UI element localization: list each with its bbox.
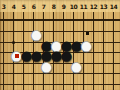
board-cell-11-r1[interactable] <box>79 16 89 27</box>
board-cell-5-r3[interactable] <box>19 37 29 48</box>
board-cell-9-r5[interactable] <box>59 58 69 69</box>
board-cell-10-r5[interactable]: ● <box>69 58 79 69</box>
board-cell-12-r2[interactable] <box>89 26 99 37</box>
column-label-13: 13 <box>99 0 109 12</box>
board-cell-4-r4[interactable]: ● <box>9 47 19 58</box>
column-label-4: 4 <box>9 0 19 12</box>
board-cell-6-r5[interactable] <box>29 58 39 69</box>
board-cell-12-r6[interactable] <box>89 68 99 79</box>
board-cell-10-r6[interactable] <box>69 68 79 79</box>
board-cell-10-r2[interactable] <box>69 26 79 37</box>
board-cell-9-r3[interactable]: ● <box>59 37 69 48</box>
board-cell-8-r1[interactable] <box>49 16 59 27</box>
board-cell-14-r1[interactable] <box>109 16 119 27</box>
board-cell-5-r7[interactable] <box>19 79 29 90</box>
board-cell-4-r6[interactable] <box>9 68 19 79</box>
board-cell-8-r5[interactable] <box>49 58 59 69</box>
board-cell-13-r4[interactable] <box>99 47 109 58</box>
board-cell-11-r4[interactable] <box>79 47 89 58</box>
board-cell-6-r4[interactable]: ● <box>29 47 39 58</box>
column-label-9: 9 <box>59 0 69 12</box>
board-cell-4-r5[interactable] <box>9 58 19 69</box>
board-cell-7-r6[interactable] <box>39 68 49 79</box>
board-cell-14-r3[interactable] <box>109 37 119 48</box>
board-cell-9-r1[interactable] <box>59 16 69 27</box>
board-cell-14-r5[interactable] <box>109 58 119 69</box>
column-label-14: 14 <box>109 0 119 12</box>
board-cell-3-r2[interactable] <box>0 26 9 37</box>
board-cell-5-r2[interactable] <box>19 26 29 37</box>
board-cell-10-r7[interactable] <box>69 79 79 90</box>
board-cell-7-r5[interactable]: ● <box>39 58 49 69</box>
board-cell-14-r6[interactable] <box>109 68 119 79</box>
column-label-7: 7 <box>39 0 49 12</box>
board-cell-6-r3[interactable] <box>29 37 39 48</box>
board-cell-9-r2[interactable] <box>59 26 69 37</box>
board-cell-13-r2[interactable] <box>99 26 109 37</box>
column-label-3: 3 <box>0 0 9 12</box>
board-cell-13-r1[interactable] <box>99 16 109 27</box>
go-board-viewport: 34567891011121314 ●●●●●●●●●●●●●● <box>0 0 120 90</box>
board-cell-7-r1[interactable] <box>39 16 49 27</box>
red-square-marker <box>15 54 19 58</box>
board-cell-5-r6[interactable] <box>19 68 29 79</box>
column-label-12: 12 <box>89 0 99 12</box>
board-cell-11-r7[interactable] <box>79 79 89 90</box>
board-cell-7-r3[interactable]: ● <box>39 37 49 48</box>
column-label-6: 6 <box>29 0 39 12</box>
board-cell-7-r2[interactable] <box>39 26 49 37</box>
board-cell-14-r7[interactable] <box>109 79 119 90</box>
board-cell-6-r7[interactable] <box>29 79 39 90</box>
board-cell-5-r1[interactable] <box>19 16 29 27</box>
board-cell-14-r2[interactable] <box>109 26 119 37</box>
board-cell-10-r1[interactable] <box>69 16 79 27</box>
board-cell-3-r7[interactable] <box>0 79 9 90</box>
board-cell-11-r6[interactable] <box>79 68 89 79</box>
go-board[interactable]: ●●●●●●●●●●●●●● <box>0 16 119 90</box>
board-cell-11-r5[interactable] <box>79 58 89 69</box>
column-label-8: 8 <box>49 0 59 12</box>
board-cell-3-r3[interactable] <box>0 37 9 48</box>
board-cell-12-r7[interactable] <box>89 79 99 90</box>
board-cell-8-r3[interactable]: ● <box>49 37 59 48</box>
board-cell-12-r5[interactable] <box>89 58 99 69</box>
star-point <box>12 41 15 44</box>
board-cell-3-r4[interactable] <box>0 47 9 58</box>
board-cell-13-r6[interactable] <box>99 68 109 79</box>
board-cell-14-r4[interactable] <box>109 47 119 58</box>
board-cell-12-r4[interactable] <box>89 47 99 58</box>
column-label-10: 10 <box>69 0 79 12</box>
board-cell-7-r4[interactable]: ● <box>39 47 49 58</box>
board-cell-12-r3[interactable] <box>89 37 99 48</box>
board-cell-5-r5[interactable] <box>19 58 29 69</box>
board-cell-12-r1[interactable] <box>89 16 99 27</box>
board-cell-8-r4[interactable]: ● <box>49 47 59 58</box>
board-cell-3-r6[interactable] <box>0 68 9 79</box>
board-cell-4-r1[interactable] <box>9 16 19 27</box>
board-cell-4-r3[interactable] <box>9 37 19 48</box>
board-cell-3-r5[interactable] <box>0 58 9 69</box>
board-cell-13-r3[interactable] <box>99 37 109 48</box>
board-cell-11-r2[interactable] <box>79 26 89 37</box>
board-cell-9-r6[interactable] <box>59 68 69 79</box>
board-cell-13-r7[interactable] <box>99 79 109 90</box>
board-cell-6-r2[interactable]: ● <box>29 26 39 37</box>
board-cell-10-r3[interactable]: ● <box>69 37 79 48</box>
board-cell-3-r1[interactable] <box>0 16 9 27</box>
board-cell-13-r5[interactable] <box>99 58 109 69</box>
board-cell-8-r2[interactable] <box>49 26 59 37</box>
board-cell-4-r7[interactable] <box>9 79 19 90</box>
board-cell-11-r3[interactable]: ● <box>79 37 89 48</box>
board-cell-7-r7[interactable] <box>39 79 49 90</box>
board-cell-5-r4[interactable]: ● <box>19 47 29 58</box>
column-labels: 34567891011121314 <box>0 0 120 12</box>
column-label-5: 5 <box>19 0 29 12</box>
board-cell-9-r4[interactable]: ● <box>59 47 69 58</box>
board-cell-10-r4[interactable] <box>69 47 79 58</box>
board-cell-6-r6[interactable] <box>29 68 39 79</box>
board-cell-8-r6[interactable] <box>49 68 59 79</box>
column-label-11: 11 <box>79 0 89 12</box>
board-cell-4-r2[interactable] <box>9 26 19 37</box>
board-cell-8-r7[interactable] <box>49 79 59 90</box>
board-cell-6-r1[interactable] <box>29 16 39 27</box>
board-cell-9-r7[interactable] <box>59 79 69 90</box>
